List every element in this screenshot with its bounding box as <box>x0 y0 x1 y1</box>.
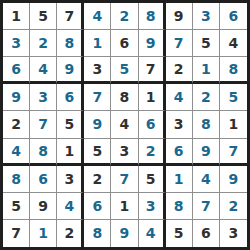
sudoku-cell-r7c9[interactable]: 9 <box>220 166 247 193</box>
sudoku-cell-r5c8[interactable]: 8 <box>193 111 220 138</box>
sudoku-cell-r6c6[interactable]: 2 <box>139 139 166 166</box>
sudoku-cell-r3c4[interactable]: 3 <box>84 57 111 84</box>
sudoku-cell-r6c1[interactable]: 4 <box>3 139 30 166</box>
sudoku-cell-r4c9[interactable]: 5 <box>220 84 247 111</box>
sudoku-cell-r3c3[interactable]: 9 <box>57 57 84 84</box>
sudoku-cell-r8c9[interactable]: 2 <box>220 193 247 220</box>
sudoku-cell-r3c5[interactable]: 5 <box>111 57 138 84</box>
sudoku-cell-r8c4[interactable]: 6 <box>84 193 111 220</box>
sudoku-cell-r8c2[interactable]: 9 <box>30 193 57 220</box>
sudoku-cell-r3c2[interactable]: 4 <box>30 57 57 84</box>
sudoku-cell-r1c1[interactable]: 1 <box>3 3 30 30</box>
sudoku-cell-r1c2[interactable]: 5 <box>30 3 57 30</box>
sudoku-cell-r7c3[interactable]: 3 <box>57 166 84 193</box>
sudoku-cell-r3c8[interactable]: 1 <box>193 57 220 84</box>
sudoku-cell-r9c6[interactable]: 4 <box>139 220 166 247</box>
sudoku-cell-r7c1[interactable]: 8 <box>3 166 30 193</box>
sudoku-cell-r4c2[interactable]: 3 <box>30 84 57 111</box>
sudoku-cell-r6c8[interactable]: 9 <box>193 139 220 166</box>
sudoku-cell-r1c4[interactable]: 4 <box>84 3 111 30</box>
sudoku-cell-r5c5[interactable]: 4 <box>111 111 138 138</box>
sudoku-cell-r6c4[interactable]: 5 <box>84 139 111 166</box>
sudoku-cell-r9c8[interactable]: 6 <box>193 220 220 247</box>
sudoku-cell-r9c7[interactable]: 5 <box>166 220 193 247</box>
sudoku-cell-r9c5[interactable]: 9 <box>111 220 138 247</box>
sudoku-cell-r1c9[interactable]: 6 <box>220 3 247 30</box>
sudoku-cell-r4c5[interactable]: 8 <box>111 84 138 111</box>
sudoku-cell-r1c6[interactable]: 8 <box>139 3 166 30</box>
sudoku-cell-r4c4[interactable]: 7 <box>84 84 111 111</box>
sudoku-cell-r9c3[interactable]: 2 <box>57 220 84 247</box>
sudoku-cell-r7c2[interactable]: 6 <box>30 166 57 193</box>
sudoku-cell-r7c5[interactable]: 7 <box>111 166 138 193</box>
sudoku-cell-r4c7[interactable]: 4 <box>166 84 193 111</box>
sudoku-board: 1574289363281697546493572189367814252759… <box>0 0 250 250</box>
sudoku-cell-r2c2[interactable]: 2 <box>30 30 57 57</box>
sudoku-cell-r9c9[interactable]: 3 <box>220 220 247 247</box>
sudoku-cell-r9c2[interactable]: 1 <box>30 220 57 247</box>
sudoku-cell-r7c4[interactable]: 2 <box>84 166 111 193</box>
sudoku-cell-r5c6[interactable]: 6 <box>139 111 166 138</box>
sudoku-cell-r7c7[interactable]: 1 <box>166 166 193 193</box>
sudoku-cell-r9c4[interactable]: 8 <box>84 220 111 247</box>
sudoku-cell-r6c5[interactable]: 3 <box>111 139 138 166</box>
sudoku-cell-r1c7[interactable]: 9 <box>166 3 193 30</box>
sudoku-cell-r8c8[interactable]: 7 <box>193 193 220 220</box>
sudoku-cell-r7c8[interactable]: 4 <box>193 166 220 193</box>
sudoku-cell-r8c1[interactable]: 5 <box>3 193 30 220</box>
sudoku-cell-r2c8[interactable]: 5 <box>193 30 220 57</box>
sudoku-cell-r8c3[interactable]: 4 <box>57 193 84 220</box>
sudoku-cell-r8c7[interactable]: 8 <box>166 193 193 220</box>
sudoku-cell-r5c2[interactable]: 7 <box>30 111 57 138</box>
sudoku-cell-r1c8[interactable]: 3 <box>193 3 220 30</box>
sudoku-cell-r5c7[interactable]: 3 <box>166 111 193 138</box>
sudoku-cell-r4c8[interactable]: 2 <box>193 84 220 111</box>
sudoku-cell-r2c1[interactable]: 3 <box>3 30 30 57</box>
sudoku-cell-r1c5[interactable]: 2 <box>111 3 138 30</box>
sudoku-cell-r3c1[interactable]: 6 <box>3 57 30 84</box>
sudoku-cell-r4c6[interactable]: 1 <box>139 84 166 111</box>
sudoku-cell-r2c9[interactable]: 4 <box>220 30 247 57</box>
sudoku-cell-r3c9[interactable]: 8 <box>220 57 247 84</box>
sudoku-cell-r6c7[interactable]: 6 <box>166 139 193 166</box>
sudoku-cell-r8c6[interactable]: 3 <box>139 193 166 220</box>
sudoku-cell-r5c9[interactable]: 1 <box>220 111 247 138</box>
sudoku-cell-r2c6[interactable]: 9 <box>139 30 166 57</box>
sudoku-cell-r6c2[interactable]: 8 <box>30 139 57 166</box>
sudoku-cell-r4c1[interactable]: 9 <box>3 84 30 111</box>
sudoku-cell-r1c3[interactable]: 7 <box>57 3 84 30</box>
sudoku-cell-r5c4[interactable]: 9 <box>84 111 111 138</box>
sudoku-cell-r2c4[interactable]: 1 <box>84 30 111 57</box>
sudoku-cell-r7c6[interactable]: 5 <box>139 166 166 193</box>
sudoku-cell-r3c6[interactable]: 7 <box>139 57 166 84</box>
sudoku-cell-r2c3[interactable]: 8 <box>57 30 84 57</box>
sudoku-cell-r6c3[interactable]: 1 <box>57 139 84 166</box>
sudoku-cell-r5c1[interactable]: 2 <box>3 111 30 138</box>
sudoku-cell-r4c3[interactable]: 6 <box>57 84 84 111</box>
sudoku-cell-r6c9[interactable]: 7 <box>220 139 247 166</box>
sudoku-cell-r2c7[interactable]: 7 <box>166 30 193 57</box>
sudoku-cell-r2c5[interactable]: 6 <box>111 30 138 57</box>
sudoku-cell-r3c7[interactable]: 2 <box>166 57 193 84</box>
sudoku-cell-r5c3[interactable]: 5 <box>57 111 84 138</box>
sudoku-cell-r8c5[interactable]: 1 <box>111 193 138 220</box>
sudoku-cell-r9c1[interactable]: 7 <box>3 220 30 247</box>
